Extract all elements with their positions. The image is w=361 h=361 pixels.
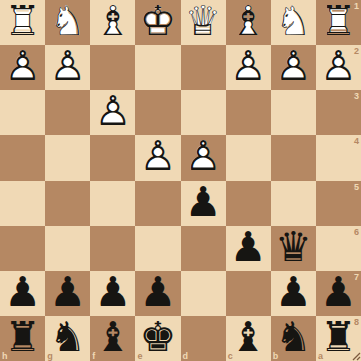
white-rook[interactable]: ♜♖ — [0, 0, 45, 45]
piece-fill-glyph: ♝ — [90, 315, 135, 360]
square-b2[interactable]: ♟♙ — [271, 45, 316, 90]
square-g6[interactable] — [45, 226, 90, 271]
square-d7[interactable] — [181, 271, 226, 316]
piece-outline-glyph: ♕ — [181, 0, 226, 44]
piece-outline-glyph: ♙ — [135, 134, 180, 179]
square-a5[interactable]: 5 — [316, 181, 361, 226]
square-f4[interactable] — [90, 135, 135, 180]
white-king[interactable]: ♚♔ — [135, 0, 180, 45]
black-pawn[interactable]: ♟ — [45, 271, 90, 316]
square-h6[interactable] — [0, 226, 45, 271]
piece-outline-glyph: ♗ — [226, 0, 271, 44]
black-rook[interactable]: ♜ — [0, 316, 45, 361]
square-c6[interactable]: ♟ — [226, 226, 271, 271]
square-f7[interactable]: ♟ — [90, 271, 135, 316]
piece-fill-glyph: ♛ — [271, 225, 316, 270]
white-pawn[interactable]: ♟♙ — [271, 45, 316, 90]
square-c3[interactable] — [226, 90, 271, 135]
square-a6[interactable]: 6 — [316, 226, 361, 271]
square-g1[interactable]: ♞♘ — [45, 0, 90, 45]
rank-label-6: 6 — [354, 227, 359, 237]
piece-outline-glyph: ♙ — [45, 44, 90, 89]
piece-fill-glyph: ♜ — [0, 315, 45, 360]
square-e6[interactable] — [135, 226, 180, 271]
rank-label-3: 3 — [354, 91, 359, 101]
piece-fill-glyph: ♝ — [226, 315, 271, 360]
square-b1[interactable]: ♞♘ — [271, 0, 316, 45]
white-bishop[interactable]: ♝♗ — [226, 0, 271, 45]
piece-fill-glyph: ♟ — [0, 270, 45, 315]
black-pawn[interactable]: ♟ — [226, 226, 271, 271]
piece-outline-glyph: ♙ — [0, 44, 45, 89]
square-e3[interactable] — [135, 90, 180, 135]
black-king[interactable]: ♚ — [135, 316, 180, 361]
square-e2[interactable] — [135, 45, 180, 90]
white-queen[interactable]: ♛♕ — [181, 0, 226, 45]
white-rook[interactable]: ♜♖ — [316, 0, 361, 45]
piece-outline-glyph: ♖ — [0, 0, 45, 44]
square-b3[interactable] — [271, 90, 316, 135]
piece-outline-glyph: ♙ — [181, 134, 226, 179]
square-g2[interactable]: ♟♙ — [45, 45, 90, 90]
square-d5[interactable]: ♟ — [181, 181, 226, 226]
piece-fill-glyph: ♟ — [226, 225, 271, 270]
piece-fill-glyph: ♞ — [45, 315, 90, 360]
black-queen[interactable]: ♛ — [271, 226, 316, 271]
white-pawn[interactable]: ♟♙ — [316, 45, 361, 90]
square-a3[interactable]: 3 — [316, 90, 361, 135]
square-f3[interactable]: ♟♙ — [90, 90, 135, 135]
black-pawn[interactable]: ♟ — [181, 181, 226, 226]
white-pawn[interactable]: ♟♙ — [0, 45, 45, 90]
board-resize-grip-icon[interactable] — [349, 349, 361, 361]
square-h3[interactable] — [0, 90, 45, 135]
square-d1[interactable]: ♛♕ — [181, 0, 226, 45]
white-knight[interactable]: ♞♘ — [271, 0, 316, 45]
square-d3[interactable] — [181, 90, 226, 135]
square-g4[interactable] — [45, 135, 90, 180]
black-pawn[interactable]: ♟ — [0, 271, 45, 316]
square-a7[interactable]: ♟7 — [316, 271, 361, 316]
white-knight[interactable]: ♞♘ — [45, 0, 90, 45]
piece-outline-glyph: ♘ — [45, 0, 90, 44]
square-f6[interactable] — [90, 226, 135, 271]
square-d8[interactable]: d — [181, 316, 226, 361]
rank-label-4: 4 — [354, 136, 359, 146]
piece-outline-glyph: ♙ — [316, 44, 361, 89]
piece-outline-glyph: ♖ — [316, 0, 361, 44]
square-a2[interactable]: ♟♙2 — [316, 45, 361, 90]
piece-fill-glyph: ♟ — [45, 270, 90, 315]
square-b4[interactable] — [271, 135, 316, 180]
black-pawn[interactable]: ♟ — [271, 271, 316, 316]
square-f8[interactable]: ♝f — [90, 316, 135, 361]
square-a4[interactable]: 4 — [316, 135, 361, 180]
square-e8[interactable]: ♚e — [135, 316, 180, 361]
piece-fill-glyph: ♟ — [90, 270, 135, 315]
square-b8[interactable]: ♞b — [271, 316, 316, 361]
square-c4[interactable] — [226, 135, 271, 180]
square-b6[interactable]: ♛ — [271, 226, 316, 271]
white-pawn[interactable]: ♟♙ — [90, 90, 135, 135]
square-g8[interactable]: ♞g — [45, 316, 90, 361]
piece-outline-glyph: ♙ — [271, 44, 316, 89]
square-c8[interactable]: ♝c — [226, 316, 271, 361]
square-h4[interactable] — [0, 135, 45, 180]
piece-fill-glyph: ♟ — [316, 270, 361, 315]
square-g7[interactable]: ♟ — [45, 271, 90, 316]
chess-board-container: ♜♖♞♘♝♗♚♔♛♕♝♗♞♘♜♖1♟♙♟♙♟♙♟♙♟♙2♟♙3♟♙♟♙4♟5♟♛… — [0, 0, 361, 361]
square-d6[interactable] — [181, 226, 226, 271]
square-c2[interactable]: ♟♙ — [226, 45, 271, 90]
square-h8[interactable]: ♜h — [0, 316, 45, 361]
square-e7[interactable]: ♟ — [135, 271, 180, 316]
square-b7[interactable]: ♟ — [271, 271, 316, 316]
black-pawn[interactable]: ♟ — [135, 271, 180, 316]
black-pawn[interactable]: ♟ — [316, 271, 361, 316]
square-f2[interactable] — [90, 45, 135, 90]
square-f5[interactable] — [90, 181, 135, 226]
piece-outline-glyph: ♔ — [135, 0, 180, 44]
piece-fill-glyph: ♟ — [135, 270, 180, 315]
square-h7[interactable]: ♟ — [0, 271, 45, 316]
square-f1[interactable]: ♝♗ — [90, 0, 135, 45]
rank-label-5: 5 — [354, 182, 359, 192]
square-e1[interactable]: ♚♔ — [135, 0, 180, 45]
square-g3[interactable] — [45, 90, 90, 135]
piece-fill-glyph: ♟ — [181, 180, 226, 225]
white-pawn[interactable]: ♟♙ — [45, 45, 90, 90]
piece-outline-glyph: ♗ — [90, 0, 135, 44]
square-d2[interactable] — [181, 45, 226, 90]
square-b5[interactable] — [271, 181, 316, 226]
black-bishop[interactable]: ♝ — [90, 316, 135, 361]
square-a1[interactable]: ♜♖1 — [316, 0, 361, 45]
piece-outline-glyph: ♙ — [226, 44, 271, 89]
square-h5[interactable] — [0, 181, 45, 226]
chess-board: ♜♖♞♘♝♗♚♔♛♕♝♗♞♘♜♖1♟♙♟♙♟♙♟♙♟♙2♟♙3♟♙♟♙4♟5♟♛… — [0, 0, 361, 361]
piece-outline-glyph: ♘ — [271, 0, 316, 44]
square-e4[interactable]: ♟♙ — [135, 135, 180, 180]
square-c1[interactable]: ♝♗ — [226, 0, 271, 45]
square-e5[interactable] — [135, 181, 180, 226]
piece-fill-glyph: ♟ — [271, 270, 316, 315]
square-c5[interactable] — [226, 181, 271, 226]
square-d4[interactable]: ♟♙ — [181, 135, 226, 180]
file-label-d: d — [183, 351, 189, 361]
black-knight[interactable]: ♞ — [271, 316, 316, 361]
piece-fill-glyph: ♞ — [271, 315, 316, 360]
piece-fill-glyph: ♚ — [135, 315, 180, 360]
white-pawn[interactable]: ♟♙ — [181, 135, 226, 180]
square-g5[interactable] — [45, 181, 90, 226]
square-h1[interactable]: ♜♖ — [0, 0, 45, 45]
white-pawn[interactable]: ♟♙ — [135, 135, 180, 180]
white-pawn[interactable]: ♟♙ — [226, 45, 271, 90]
square-c7[interactable] — [226, 271, 271, 316]
square-h2[interactable]: ♟♙ — [0, 45, 45, 90]
black-pawn[interactable]: ♟ — [90, 271, 135, 316]
piece-outline-glyph: ♙ — [90, 89, 135, 134]
black-knight[interactable]: ♞ — [45, 316, 90, 361]
white-bishop[interactable]: ♝♗ — [90, 0, 135, 45]
black-bishop[interactable]: ♝ — [226, 316, 271, 361]
